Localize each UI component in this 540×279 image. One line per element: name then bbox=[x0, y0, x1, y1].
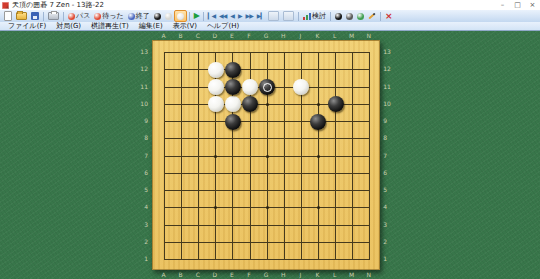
menu-item-0[interactable]: ファイル(F) bbox=[3, 22, 51, 31]
playfield: AABBCCDDEEFFGGHHJJKKLLMMNN13131212111110… bbox=[0, 31, 540, 279]
column-label-bottom: H bbox=[275, 271, 291, 278]
black-stone bbox=[328, 96, 344, 112]
grid-line-horizontal bbox=[164, 190, 370, 191]
save-floppy-icon bbox=[31, 12, 39, 20]
row-label-right: 6 bbox=[383, 169, 403, 176]
star-point bbox=[214, 155, 217, 158]
star-point bbox=[214, 206, 217, 209]
row-label-left: 8 bbox=[128, 134, 148, 141]
app-icon bbox=[2, 2, 9, 9]
black-stone bbox=[259, 79, 275, 95]
blank-tool-icon bbox=[283, 11, 294, 21]
pencil-icon[interactable] bbox=[366, 11, 378, 21]
row-label-right: 3 bbox=[383, 221, 403, 228]
column-label-bottom: M bbox=[344, 271, 360, 278]
forward-button[interactable]: ▶ bbox=[236, 11, 244, 21]
grid-line-vertical bbox=[352, 52, 353, 260]
application-window: 天頂の囲碁 7 Zen - 13路-22 –□× パス待った終了▶▎◀◀◀◀▶▶… bbox=[0, 0, 540, 279]
analysis-button[interactable]: 検討 bbox=[301, 11, 328, 21]
row-label-right: 5 bbox=[383, 186, 403, 193]
window-controls: –□× bbox=[495, 0, 540, 10]
row-label-left: 13 bbox=[128, 48, 148, 55]
row-label-right: 11 bbox=[383, 83, 403, 90]
column-label-top: D bbox=[207, 32, 223, 39]
toolbar-button-label: パス bbox=[76, 11, 90, 21]
column-label-top: E bbox=[224, 32, 240, 39]
undo-button[interactable]: 待った bbox=[92, 11, 125, 21]
column-label-top: K bbox=[309, 32, 325, 39]
black-stone bbox=[225, 79, 241, 95]
first-move-button[interactable]: ▎◀ bbox=[206, 11, 217, 21]
star-point bbox=[317, 103, 320, 106]
black-stone bbox=[242, 96, 258, 112]
column-label-bottom: L bbox=[327, 271, 343, 278]
row-label-left: 6 bbox=[128, 169, 148, 176]
menu-item-2[interactable]: 棋譜再生(T) bbox=[86, 22, 134, 31]
toolbar-button-label: 終了 bbox=[136, 11, 150, 21]
play-glyph: ▶ bbox=[194, 11, 199, 21]
fast-back-glyph: ◀◀ bbox=[219, 11, 226, 21]
row-label-right: 13 bbox=[383, 48, 403, 55]
star-point bbox=[266, 206, 269, 209]
end-game-button[interactable]: 終了 bbox=[126, 11, 152, 21]
delete-glyph: × bbox=[385, 11, 392, 21]
fast-forward-glyph: ▶▶ bbox=[246, 11, 253, 21]
ball-tool-black-icon bbox=[335, 13, 342, 20]
last-move-marker bbox=[263, 83, 272, 92]
column-label-top: M bbox=[344, 32, 360, 39]
toolbar-separator bbox=[63, 12, 64, 21]
tool-button-2[interactable] bbox=[281, 11, 296, 21]
toolbar-separator bbox=[298, 12, 299, 21]
row-label-right: 7 bbox=[383, 152, 403, 159]
chart-bar bbox=[306, 15, 308, 20]
pass-button[interactable]: パス bbox=[66, 11, 92, 21]
white-stone bbox=[208, 62, 224, 78]
menu-item-5[interactable]: ヘルプ(H) bbox=[202, 22, 244, 31]
grid-line-horizontal bbox=[164, 259, 370, 260]
column-label-bottom: C bbox=[190, 271, 206, 278]
forward-glyph: ▶ bbox=[238, 11, 242, 21]
column-label-top: A bbox=[156, 32, 172, 39]
column-label-bottom: K bbox=[309, 271, 325, 278]
row-label-left: 10 bbox=[128, 100, 148, 107]
grid-line-vertical bbox=[369, 52, 370, 260]
row-label-right: 8 bbox=[383, 134, 403, 141]
menu-item-3[interactable]: 編集(E) bbox=[134, 22, 168, 31]
chart-bar bbox=[309, 13, 311, 20]
toggle-stone-icon bbox=[177, 13, 184, 20]
white-stone-tool-icon[interactable] bbox=[163, 11, 174, 21]
column-label-top: G bbox=[258, 32, 274, 39]
ball-tool-black-icon[interactable] bbox=[333, 11, 344, 21]
end-game-icon bbox=[128, 13, 135, 20]
column-label-top: N bbox=[361, 32, 377, 39]
toolbar-separator bbox=[330, 12, 331, 21]
star-point bbox=[317, 206, 320, 209]
tool-button-1[interactable] bbox=[266, 11, 281, 21]
row-label-left: 12 bbox=[128, 65, 148, 72]
toolbar-separator bbox=[189, 12, 190, 21]
row-label-left: 7 bbox=[128, 152, 148, 159]
column-label-top: J bbox=[292, 32, 308, 39]
row-label-right: 9 bbox=[383, 117, 403, 124]
grid-line-horizontal bbox=[164, 225, 370, 226]
column-label-top: H bbox=[275, 32, 291, 39]
last-move-glyph: ▶▎ bbox=[257, 11, 264, 21]
column-label-top: B bbox=[173, 32, 189, 39]
new-file-icon[interactable] bbox=[2, 11, 14, 21]
column-label-bottom: N bbox=[361, 271, 377, 278]
print-icon[interactable] bbox=[46, 11, 61, 21]
white-stone bbox=[208, 79, 224, 95]
column-label-bottom: B bbox=[173, 271, 189, 278]
delete-button[interactable]: × bbox=[383, 11, 394, 21]
column-label-top: L bbox=[327, 32, 343, 39]
first-move-glyph: ▎◀ bbox=[208, 11, 215, 21]
grid-line-horizontal bbox=[164, 173, 370, 174]
menu-item-1[interactable]: 対局(G) bbox=[51, 22, 86, 31]
row-label-right: 1 bbox=[383, 255, 403, 262]
ball-tool-green-icon[interactable] bbox=[355, 11, 366, 21]
black-stone bbox=[310, 114, 326, 130]
row-label-left: 9 bbox=[128, 117, 148, 124]
toolbar-button-label: 待った bbox=[102, 11, 123, 21]
row-label-left: 11 bbox=[128, 83, 148, 90]
column-label-top: C bbox=[190, 32, 206, 39]
white-stone-tool-icon bbox=[165, 13, 172, 20]
column-label-bottom: D bbox=[207, 271, 223, 278]
close-button[interactable]: × bbox=[525, 0, 540, 10]
white-stone bbox=[208, 96, 224, 112]
star-point bbox=[266, 155, 269, 158]
column-label-bottom: E bbox=[224, 271, 240, 278]
ball-tool-gray-icon[interactable] bbox=[344, 11, 355, 21]
column-label-top: F bbox=[241, 32, 257, 39]
go-board[interactable] bbox=[152, 40, 380, 270]
grid-line-horizontal bbox=[164, 242, 370, 243]
new-file-icon bbox=[4, 11, 12, 21]
white-stone bbox=[293, 79, 309, 95]
column-label-bottom: J bbox=[292, 271, 308, 278]
white-stone bbox=[242, 79, 258, 95]
maximize-button[interactable]: □ bbox=[510, 0, 525, 10]
minimize-button[interactable]: – bbox=[495, 0, 510, 10]
row-label-left: 1 bbox=[128, 255, 148, 262]
black-stone bbox=[225, 114, 241, 130]
last-move-button[interactable]: ▶▎ bbox=[255, 11, 266, 21]
pass-icon bbox=[68, 13, 75, 20]
bar-chart-icon bbox=[303, 13, 311, 20]
blank-tool-icon bbox=[268, 11, 279, 21]
menu-bar: ファイル(F)対局(G)棋譜再生(T)編集(E)表示(V)ヘルプ(H) bbox=[0, 22, 540, 31]
row-label-right: 4 bbox=[383, 203, 403, 210]
stone-toggle-button[interactable] bbox=[174, 10, 187, 22]
chart-bar bbox=[303, 17, 305, 20]
fast-forward-button[interactable]: ▶▶ bbox=[244, 11, 255, 21]
ball-tool-gray-icon bbox=[346, 13, 353, 20]
row-label-right: 10 bbox=[383, 100, 403, 107]
back-button[interactable]: ◀ bbox=[228, 11, 236, 21]
back-glyph: ◀ bbox=[230, 11, 234, 21]
black-stone-tool-icon[interactable] bbox=[152, 11, 163, 21]
row-label-left: 2 bbox=[128, 238, 148, 245]
column-label-bottom: A bbox=[156, 271, 172, 278]
toolbar-separator bbox=[203, 12, 204, 21]
star-point bbox=[266, 103, 269, 106]
toolbar-separator bbox=[43, 12, 44, 21]
window-title: 天頂の囲碁 7 Zen - 13路-22 bbox=[12, 0, 104, 10]
title-bar: 天頂の囲碁 7 Zen - 13路-22 –□× bbox=[0, 0, 540, 10]
column-label-bottom: G bbox=[258, 271, 274, 278]
fast-back-button[interactable]: ◀◀ bbox=[217, 11, 228, 21]
row-label-left: 4 bbox=[128, 203, 148, 210]
grid-line-vertical bbox=[284, 52, 285, 260]
undo-icon bbox=[94, 13, 101, 20]
open-file-icon[interactable] bbox=[14, 11, 29, 21]
menu-item-4[interactable]: 表示(V) bbox=[168, 22, 202, 31]
grid-line-vertical bbox=[335, 52, 336, 260]
open-folder-icon bbox=[16, 12, 27, 20]
toolbar-separator bbox=[380, 12, 381, 21]
save-file-icon[interactable] bbox=[29, 11, 41, 21]
pencil-glyph bbox=[368, 13, 375, 20]
black-stone-tool-icon bbox=[154, 13, 161, 20]
row-label-right: 2 bbox=[383, 238, 403, 245]
black-stone bbox=[225, 62, 241, 78]
row-label-left: 5 bbox=[128, 186, 148, 193]
toolbar: パス待った終了▶▎◀◀◀◀▶▶▶▶▎検討× bbox=[0, 10, 540, 22]
column-label-bottom: F bbox=[241, 271, 257, 278]
play-button[interactable]: ▶ bbox=[192, 11, 201, 21]
toolbar-button-label: 検討 bbox=[312, 11, 326, 21]
ball-tool-green-icon bbox=[357, 13, 364, 20]
row-label-right: 12 bbox=[383, 65, 403, 72]
row-label-left: 3 bbox=[128, 221, 148, 228]
printer-icon bbox=[48, 12, 59, 20]
star-point bbox=[317, 155, 320, 158]
white-stone bbox=[225, 96, 241, 112]
